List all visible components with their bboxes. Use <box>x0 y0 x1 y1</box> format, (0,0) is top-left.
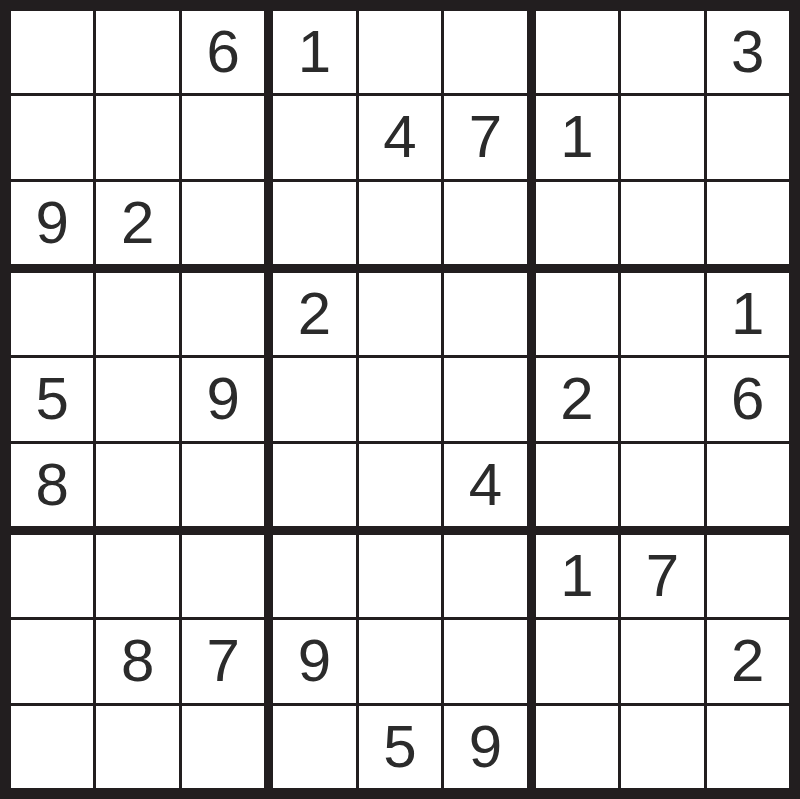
cell-r8c9-given[interactable]: 2 <box>707 620 789 702</box>
cell-r3c9-empty[interactable] <box>707 182 789 264</box>
sudoku-box-9: 172 <box>536 535 789 788</box>
cell-r7c6-empty[interactable] <box>444 535 526 617</box>
cell-r7c1-empty[interactable] <box>11 535 93 617</box>
sudoku-box-5: 24 <box>273 273 526 526</box>
cell-r1c6-empty[interactable] <box>444 11 526 93</box>
cell-r3c2-given[interactable]: 2 <box>96 182 178 264</box>
cell-r8c4-given[interactable]: 9 <box>273 620 355 702</box>
sudoku-box-4: 598 <box>11 273 264 526</box>
cell-r7c3-empty[interactable] <box>182 535 264 617</box>
cell-r1c4-given[interactable]: 1 <box>273 11 355 93</box>
cell-r2c9-empty[interactable] <box>707 96 789 178</box>
cell-r2c5-given[interactable]: 4 <box>359 96 441 178</box>
cell-r3c4-empty[interactable] <box>273 182 355 264</box>
cell-r8c7-empty[interactable] <box>536 620 618 702</box>
cell-r4c6-empty[interactable] <box>444 273 526 355</box>
cell-r3c7-empty[interactable] <box>536 182 618 264</box>
cell-r7c7-given[interactable]: 1 <box>536 535 618 617</box>
cell-r8c1-empty[interactable] <box>11 620 93 702</box>
sudoku-box-8: 959 <box>273 535 526 788</box>
cell-r6c1-given[interactable]: 8 <box>11 444 93 526</box>
cell-r2c3-empty[interactable] <box>182 96 264 178</box>
cell-r2c7-given[interactable]: 1 <box>536 96 618 178</box>
cell-r4c1-empty[interactable] <box>11 273 93 355</box>
sudoku-box-6: 126 <box>536 273 789 526</box>
sudoku-box-7: 87 <box>11 535 264 788</box>
cell-r9c4-empty[interactable] <box>273 706 355 788</box>
cell-r2c4-empty[interactable] <box>273 96 355 178</box>
cell-r8c8-empty[interactable] <box>621 620 703 702</box>
cell-r1c3-given[interactable]: 6 <box>182 11 264 93</box>
cell-r4c2-empty[interactable] <box>96 273 178 355</box>
cell-r9c1-empty[interactable] <box>11 706 93 788</box>
cell-r5c2-empty[interactable] <box>96 358 178 440</box>
cell-r6c4-empty[interactable] <box>273 444 355 526</box>
cell-r3c8-empty[interactable] <box>621 182 703 264</box>
cell-r1c8-empty[interactable] <box>621 11 703 93</box>
cell-r6c8-empty[interactable] <box>621 444 703 526</box>
cell-r6c2-empty[interactable] <box>96 444 178 526</box>
cell-r9c7-empty[interactable] <box>536 706 618 788</box>
cell-r1c2-empty[interactable] <box>96 11 178 93</box>
cell-r3c6-empty[interactable] <box>444 182 526 264</box>
cell-r5c8-empty[interactable] <box>621 358 703 440</box>
sudoku-box-3: 31 <box>536 11 789 264</box>
cell-r7c8-given[interactable]: 7 <box>621 535 703 617</box>
cell-r3c1-given[interactable]: 9 <box>11 182 93 264</box>
cell-r2c1-empty[interactable] <box>11 96 93 178</box>
sudoku-box-1: 692 <box>11 11 264 264</box>
cell-r2c2-empty[interactable] <box>96 96 178 178</box>
cell-r8c6-empty[interactable] <box>444 620 526 702</box>
cell-r3c5-empty[interactable] <box>359 182 441 264</box>
cell-r4c5-empty[interactable] <box>359 273 441 355</box>
cell-r7c5-empty[interactable] <box>359 535 441 617</box>
cell-r6c6-given[interactable]: 4 <box>444 444 526 526</box>
cell-r5c9-given[interactable]: 6 <box>707 358 789 440</box>
cell-r5c7-given[interactable]: 2 <box>536 358 618 440</box>
cell-r9c2-empty[interactable] <box>96 706 178 788</box>
cell-r2c6-given[interactable]: 7 <box>444 96 526 178</box>
cell-r6c3-empty[interactable] <box>182 444 264 526</box>
cell-r1c5-empty[interactable] <box>359 11 441 93</box>
cell-r5c3-given[interactable]: 9 <box>182 358 264 440</box>
cell-r9c5-given[interactable]: 5 <box>359 706 441 788</box>
sudoku-board: 692147315982412687959172 <box>0 0 800 799</box>
cell-r3c3-empty[interactable] <box>182 182 264 264</box>
cell-r9c9-given[interactable] <box>707 706 789 788</box>
cell-r1c1-empty[interactable] <box>11 11 93 93</box>
cell-r9c6-given[interactable]: 9 <box>444 706 526 788</box>
cell-r9c8-empty[interactable] <box>621 706 703 788</box>
cell-r5c4-empty[interactable] <box>273 358 355 440</box>
cell-r8c3-given[interactable]: 7 <box>182 620 264 702</box>
cell-r7c4-empty[interactable] <box>273 535 355 617</box>
sudoku-box-2: 147 <box>273 11 526 264</box>
cell-r6c9-empty[interactable] <box>707 444 789 526</box>
cell-r5c6-empty[interactable] <box>444 358 526 440</box>
cell-r4c3-empty[interactable] <box>182 273 264 355</box>
cell-r5c5-empty[interactable] <box>359 358 441 440</box>
cell-r5c1-given[interactable]: 5 <box>11 358 93 440</box>
cell-r2c8-empty[interactable] <box>621 96 703 178</box>
cell-r4c9-given[interactable]: 1 <box>707 273 789 355</box>
cell-r4c4-given[interactable]: 2 <box>273 273 355 355</box>
cell-r6c7-empty[interactable] <box>536 444 618 526</box>
cell-r1c9-given[interactable]: 3 <box>707 11 789 93</box>
cell-r1c7-empty[interactable] <box>536 11 618 93</box>
cell-r8c2-given[interactable]: 8 <box>96 620 178 702</box>
cell-r7c9-empty[interactable] <box>707 535 789 617</box>
cell-r7c2-empty[interactable] <box>96 535 178 617</box>
cell-r4c8-empty[interactable] <box>621 273 703 355</box>
cell-r4c7-empty[interactable] <box>536 273 618 355</box>
cell-r9c3-empty[interactable] <box>182 706 264 788</box>
cell-r6c5-empty[interactable] <box>359 444 441 526</box>
cell-r8c5-empty[interactable] <box>359 620 441 702</box>
